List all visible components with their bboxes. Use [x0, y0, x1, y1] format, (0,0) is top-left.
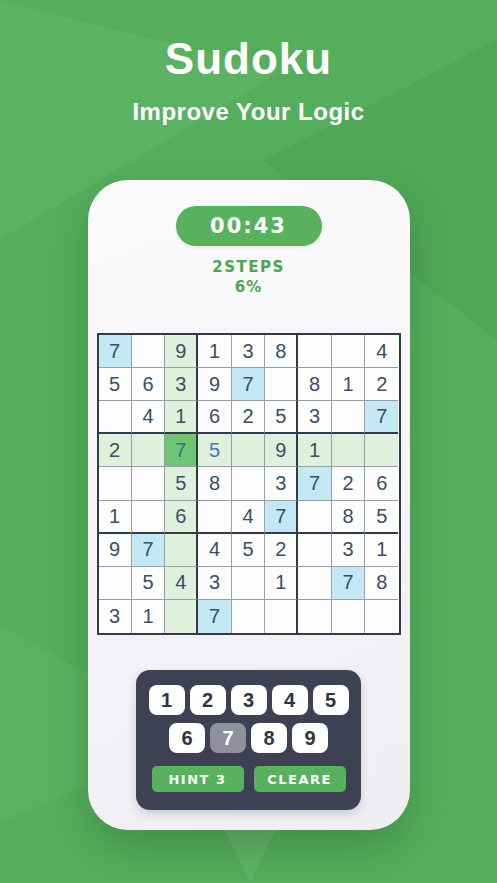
cell-r5c3[interactable]: 5: [165, 467, 198, 500]
cell-r7c3[interactable]: [165, 534, 198, 567]
cell-r3c8[interactable]: [332, 401, 365, 434]
cell-r9c5[interactable]: [232, 600, 265, 633]
numpad-button-7[interactable]: 7: [210, 723, 246, 753]
cell-r9c3[interactable]: [165, 600, 198, 633]
cell-r9c2[interactable]: 1: [132, 600, 165, 633]
cell-r1c7[interactable]: [298, 335, 331, 368]
cell-r6c8[interactable]: 8: [332, 501, 365, 534]
cell-r2c2[interactable]: 6: [132, 368, 165, 401]
cell-r4c3[interactable]: 7: [165, 434, 198, 467]
cell-r9c9[interactable]: [365, 600, 398, 633]
sudoku-board: 7913845639781241625372759158372616478597…: [97, 333, 401, 635]
cell-r5c1[interactable]: [99, 467, 132, 500]
cell-r1c1[interactable]: 7: [99, 335, 132, 368]
cell-r4c6[interactable]: 9: [265, 434, 298, 467]
cell-r3c6[interactable]: 5: [265, 401, 298, 434]
game-card: 00:43 2STEPS 6% 791384563978124162537275…: [88, 180, 410, 830]
cell-r7c2[interactable]: 7: [132, 534, 165, 567]
cell-r1c2[interactable]: [132, 335, 165, 368]
cell-r4c8[interactable]: [332, 434, 365, 467]
cell-r5c6[interactable]: 3: [265, 467, 298, 500]
cell-r5c2[interactable]: [132, 467, 165, 500]
cell-r4c2[interactable]: [132, 434, 165, 467]
progress-percent: 6%: [235, 278, 262, 294]
steps-counter: 2STEPS: [212, 258, 285, 274]
cell-r1c8[interactable]: [332, 335, 365, 368]
cell-r2c7[interactable]: 8: [298, 368, 331, 401]
numpad-button-2[interactable]: 2: [190, 685, 226, 715]
cell-r1c4[interactable]: 1: [198, 335, 231, 368]
cell-r1c9[interactable]: 4: [365, 335, 398, 368]
cell-r8c3[interactable]: 4: [165, 567, 198, 600]
cell-r7c8[interactable]: 3: [332, 534, 365, 567]
cell-r6c6[interactable]: 7: [265, 501, 298, 534]
cell-r6c4[interactable]: [198, 501, 231, 534]
cell-r6c9[interactable]: 5: [365, 501, 398, 534]
cell-r5c4[interactable]: 8: [198, 467, 231, 500]
cell-r6c3[interactable]: 6: [165, 501, 198, 534]
cell-r8c2[interactable]: 5: [132, 567, 165, 600]
app-subtitle: Improve Your Logic: [0, 98, 497, 126]
numpad-button-9[interactable]: 9: [292, 723, 328, 753]
cell-r8c8[interactable]: 7: [332, 567, 365, 600]
hint-button[interactable]: HINT 3: [152, 766, 244, 792]
cell-r5c7[interactable]: 7: [298, 467, 331, 500]
numpad-row-1: 12345: [149, 685, 349, 715]
cell-r9c8[interactable]: [332, 600, 365, 633]
cell-r2c5[interactable]: 7: [232, 368, 265, 401]
cell-r8c5[interactable]: [232, 567, 265, 600]
cell-r5c8[interactable]: 2: [332, 467, 365, 500]
cell-r8c1[interactable]: [99, 567, 132, 600]
cell-r3c1[interactable]: [99, 401, 132, 434]
cell-r1c6[interactable]: 8: [265, 335, 298, 368]
cell-r7c4[interactable]: 4: [198, 534, 231, 567]
cell-r6c2[interactable]: [132, 501, 165, 534]
cell-r2c6[interactable]: [265, 368, 298, 401]
cell-r2c4[interactable]: 9: [198, 368, 231, 401]
game-card-inner: 00:43 2STEPS 6% 791384563978124162537275…: [88, 180, 410, 830]
cell-r2c3[interactable]: 3: [165, 368, 198, 401]
cell-r2c9[interactable]: 2: [365, 368, 398, 401]
cell-r2c8[interactable]: 1: [332, 368, 365, 401]
numpad-button-4[interactable]: 4: [272, 685, 308, 715]
cell-r6c5[interactable]: 4: [232, 501, 265, 534]
cell-r4c5[interactable]: [232, 434, 265, 467]
app-title: Sudoku: [0, 34, 497, 84]
cell-r5c9[interactable]: 6: [365, 467, 398, 500]
cell-r7c5[interactable]: 5: [232, 534, 265, 567]
action-row: HINT 3 CLEARE: [152, 766, 346, 792]
clear-button[interactable]: CLEARE: [254, 766, 346, 792]
header: Sudoku Improve Your Logic: [0, 0, 497, 126]
cell-r9c6[interactable]: [265, 600, 298, 633]
cell-r3c3[interactable]: 1: [165, 401, 198, 434]
cell-r7c1[interactable]: 9: [99, 534, 132, 567]
numpad-button-3[interactable]: 3: [231, 685, 267, 715]
cell-r7c6[interactable]: 2: [265, 534, 298, 567]
cell-r8c4[interactable]: 3: [198, 567, 231, 600]
cell-r4c9[interactable]: [365, 434, 398, 467]
cell-r9c1[interactable]: 3: [99, 600, 132, 633]
cell-r8c9[interactable]: 8: [365, 567, 398, 600]
cell-r3c9[interactable]: 7: [365, 401, 398, 434]
cell-r3c5[interactable]: 2: [232, 401, 265, 434]
cell-r6c7[interactable]: [298, 501, 331, 534]
cell-r9c7[interactable]: [298, 600, 331, 633]
cell-r3c2[interactable]: 4: [132, 401, 165, 434]
cell-r6c1[interactable]: 1: [99, 501, 132, 534]
cell-r3c4[interactable]: 6: [198, 401, 231, 434]
timer-pill: 00:43: [176, 206, 322, 246]
cell-r4c4[interactable]: 5: [198, 434, 231, 467]
cell-r4c7[interactable]: 1: [298, 434, 331, 467]
cell-r2c1[interactable]: 5: [99, 368, 132, 401]
number-pad: 12345 6789 HINT 3 CLEARE: [136, 670, 361, 810]
cell-r9c4[interactable]: 7: [198, 600, 231, 633]
cell-r3c7[interactable]: 3: [298, 401, 331, 434]
numpad-button-6[interactable]: 6: [169, 723, 205, 753]
numpad-button-8[interactable]: 8: [251, 723, 287, 753]
cell-r4c1[interactable]: 2: [99, 434, 132, 467]
cell-r8c7[interactable]: [298, 567, 331, 600]
numpad-button-1[interactable]: 1: [149, 685, 185, 715]
cell-r1c5[interactable]: 3: [232, 335, 265, 368]
cell-r5c5[interactable]: [232, 467, 265, 500]
cell-r1c3[interactable]: 9: [165, 335, 198, 368]
cell-r8c6[interactable]: 1: [265, 567, 298, 600]
cell-r7c7[interactable]: [298, 534, 331, 567]
cell-r7c9[interactable]: 1: [365, 534, 398, 567]
numpad-row-2: 6789: [169, 723, 328, 753]
numpad-button-5[interactable]: 5: [313, 685, 349, 715]
